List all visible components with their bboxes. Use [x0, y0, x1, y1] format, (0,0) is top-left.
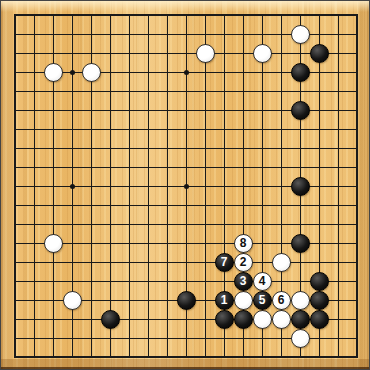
white-stone[interactable] — [272, 310, 291, 329]
move-number-label: 4 — [259, 275, 266, 287]
move-number-label: 8 — [240, 237, 247, 249]
white-stone[interactable] — [253, 310, 272, 329]
grid-line-horizontal — [14, 262, 358, 263]
black-stone[interactable] — [291, 63, 310, 82]
black-stone[interactable] — [310, 272, 329, 291]
black-stone[interactable] — [291, 101, 310, 120]
white-stone[interactable]: 2 — [234, 253, 253, 272]
white-stone[interactable] — [291, 291, 310, 310]
goban-frame: 82467315 — [0, 0, 370, 370]
star-point — [70, 70, 75, 75]
star-point — [70, 184, 75, 189]
white-stone[interactable] — [291, 329, 310, 348]
grid-line-vertical — [356, 14, 358, 358]
white-stone[interactable] — [253, 44, 272, 63]
black-stone[interactable]: 7 — [215, 253, 234, 272]
black-stone[interactable] — [310, 310, 329, 329]
white-stone[interactable] — [44, 234, 63, 253]
white-stone[interactable] — [44, 63, 63, 82]
black-stone[interactable]: 3 — [234, 272, 253, 291]
go-diagram-page: 82467315 — [0, 0, 370, 370]
black-stone[interactable] — [291, 310, 310, 329]
black-stone[interactable] — [291, 177, 310, 196]
grid-line-horizontal — [14, 205, 358, 206]
move-number-label: 7 — [221, 256, 228, 268]
star-point — [184, 70, 189, 75]
move-number-label: 3 — [240, 275, 247, 287]
move-number-label: 5 — [259, 294, 266, 306]
grid-line-vertical — [205, 14, 206, 358]
white-stone[interactable]: 4 — [253, 272, 272, 291]
grid-line-horizontal — [14, 281, 358, 282]
go-board[interactable]: 82467315 — [1, 1, 370, 370]
white-stone[interactable] — [234, 291, 253, 310]
white-stone[interactable]: 6 — [272, 291, 291, 310]
white-stone[interactable] — [63, 291, 82, 310]
grid-line-horizontal — [14, 356, 358, 358]
star-point — [184, 184, 189, 189]
black-stone[interactable]: 5 — [253, 291, 272, 310]
black-stone[interactable] — [177, 291, 196, 310]
black-stone[interactable] — [310, 291, 329, 310]
white-stone[interactable] — [82, 63, 101, 82]
black-stone[interactable] — [234, 310, 253, 329]
grid-line-vertical — [338, 14, 339, 358]
white-stone[interactable] — [196, 44, 215, 63]
grid-line-horizontal — [14, 224, 358, 225]
black-stone[interactable] — [101, 310, 120, 329]
white-stone[interactable]: 8 — [234, 234, 253, 253]
black-stone[interactable] — [291, 234, 310, 253]
white-stone[interactable] — [272, 253, 291, 272]
move-number-label: 1 — [221, 294, 228, 306]
move-number-label: 2 — [240, 256, 247, 268]
black-stone[interactable] — [215, 310, 234, 329]
black-stone[interactable] — [310, 44, 329, 63]
white-stone[interactable] — [291, 25, 310, 44]
black-stone[interactable]: 1 — [215, 291, 234, 310]
move-number-label: 6 — [278, 294, 285, 306]
